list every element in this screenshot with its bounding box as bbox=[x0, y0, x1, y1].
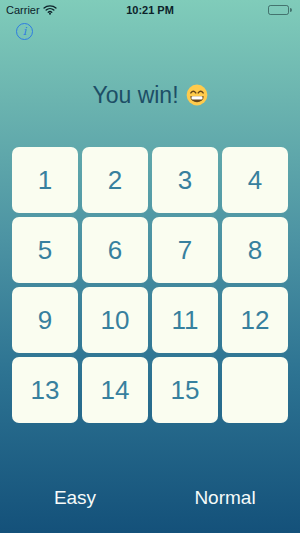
grin-emoji-icon bbox=[186, 84, 208, 106]
easy-button[interactable]: Easy bbox=[0, 487, 150, 509]
tile-14[interactable]: 14 bbox=[82, 357, 148, 423]
tile-1[interactable]: 1 bbox=[12, 147, 78, 213]
tile-6[interactable]: 6 bbox=[82, 217, 148, 283]
clock: 10:21 PM bbox=[0, 0, 300, 20]
app-screen: Carrier 10:21 PM i You win! bbox=[0, 0, 300, 533]
win-message: You win! bbox=[0, 80, 300, 110]
tile-13[interactable]: 13 bbox=[12, 357, 78, 423]
win-message-text: You win! bbox=[92, 82, 178, 109]
status-bar: Carrier 10:21 PM bbox=[0, 0, 300, 20]
tile-8[interactable]: 8 bbox=[222, 217, 288, 283]
normal-button[interactable]: Normal bbox=[150, 487, 300, 509]
difficulty-bar: Easy Normal bbox=[0, 482, 300, 514]
info-button[interactable]: i bbox=[16, 23, 33, 40]
tile-11[interactable]: 11 bbox=[152, 287, 218, 353]
empty-tile bbox=[222, 357, 288, 423]
tile-10[interactable]: 10 bbox=[82, 287, 148, 353]
tile-3[interactable]: 3 bbox=[152, 147, 218, 213]
tile-9[interactable]: 9 bbox=[12, 287, 78, 353]
battery-icon bbox=[268, 5, 292, 15]
info-icon: i bbox=[23, 26, 27, 37]
puzzle-board: 1 2 3 4 5 6 7 8 9 10 11 12 13 14 15 bbox=[12, 147, 288, 423]
tile-15[interactable]: 15 bbox=[152, 357, 218, 423]
tile-2[interactable]: 2 bbox=[82, 147, 148, 213]
tile-7[interactable]: 7 bbox=[152, 217, 218, 283]
tile-12[interactable]: 12 bbox=[222, 287, 288, 353]
tile-5[interactable]: 5 bbox=[12, 217, 78, 283]
tile-4[interactable]: 4 bbox=[222, 147, 288, 213]
status-bar-right bbox=[268, 0, 292, 20]
